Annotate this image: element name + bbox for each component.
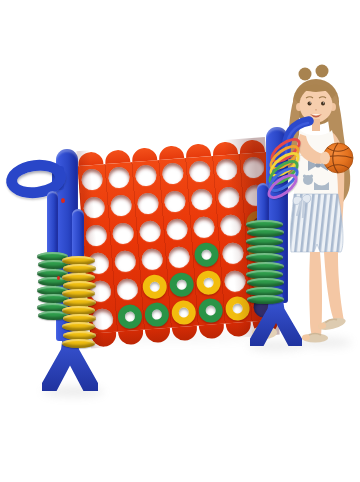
cell-b2 [113,274,142,304]
hanging-rings [265,142,301,194]
cell-c3 [138,244,167,274]
cell-d1 [169,298,198,328]
eye-right [321,102,325,106]
cell-b3 [111,246,140,276]
hole [162,162,185,185]
board-scallop [172,326,198,342]
board-scallop [145,328,171,344]
cell-e5 [187,184,216,214]
cell-c1 [142,300,171,330]
hole [137,192,160,215]
hole [193,216,216,239]
cell-c2 [140,272,169,302]
cell-e4 [189,212,218,242]
hole [139,220,162,243]
leg-left [309,252,322,336]
ring-pole-left-back [47,191,58,257]
cell-c4 [136,216,165,246]
hole [112,222,135,245]
hole [135,164,158,187]
cell-b5 [107,190,136,220]
hole [83,196,106,219]
board-scallop [118,330,144,346]
hole [85,224,108,247]
hole [191,188,214,211]
toss-ring [62,289,95,298]
green-disc [143,302,169,328]
green-disc [193,242,219,268]
hole [141,248,164,271]
toss-ring [63,264,96,273]
board-scallop [199,324,225,340]
eye-glint-left [310,102,311,103]
cell-a6 [78,164,107,194]
screw [57,276,60,280]
cell-c6 [131,160,160,190]
hair-bun-right [316,65,329,78]
cell-e2 [194,268,223,298]
hole [81,168,104,191]
yellow-disc [141,274,167,300]
cell-b1 [115,302,144,332]
hole [110,194,133,217]
screw [61,198,65,203]
hole [108,166,131,189]
hair-bun-left [299,68,312,81]
ring-pole-left-front [72,209,84,261]
toss-ring [247,228,284,237]
toss-ring [247,295,284,304]
cell-b6 [104,162,133,192]
hole [188,160,211,183]
cell-a4 [82,220,111,250]
hand-left [320,152,330,165]
yellow-disc [195,270,221,296]
cell-e1 [196,296,225,326]
ring-stack-right [246,220,283,304]
eye-glint-right [323,102,324,103]
ring-stack-left-front [62,256,95,348]
hole [164,190,187,213]
hole [168,246,191,269]
cell-e3 [192,240,221,270]
cell-e6 [185,156,214,186]
eye-left [308,102,312,106]
toss-ring [62,339,95,348]
cell-d3 [165,242,194,272]
green-disc [117,304,143,330]
green-disc [168,272,194,298]
green-disc [197,298,223,324]
leg-right [324,252,344,325]
hole [114,250,137,273]
girl [236,58,358,354]
cell-b4 [109,218,138,248]
cell-d2 [167,270,196,300]
hole [116,277,139,300]
toss-ring [246,253,283,262]
sandal-left [302,333,328,342]
cell-d4 [162,214,191,244]
toss-ring [247,278,284,287]
hole [215,158,238,181]
yellow-disc [170,300,196,326]
cell-d6 [158,158,187,188]
product-photo [0,0,360,482]
cell-d5 [160,186,189,216]
cell-c5 [133,188,162,218]
hole [166,218,189,241]
